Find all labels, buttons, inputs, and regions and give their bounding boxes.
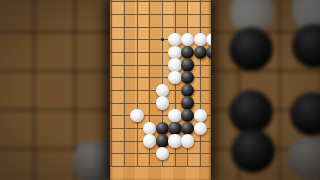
grid-line-horizontal [110, 1, 211, 2]
stone-white [168, 46, 181, 59]
video-frame [0, 0, 320, 180]
blurred-stone [229, 90, 273, 134]
blurred-stone [290, 92, 320, 136]
stone-white [194, 122, 207, 135]
stone-black [156, 134, 169, 147]
blurred-stone [288, 136, 320, 180]
stone-black [194, 46, 207, 59]
blurred-stone [292, 24, 320, 68]
grid-line-horizontal [110, 77, 211, 78]
stone-black [156, 122, 169, 135]
stone-white [181, 134, 194, 147]
stone-black [181, 96, 194, 109]
blurred-stone [229, 27, 273, 71]
stone-black [206, 46, 211, 59]
board-strip [110, 0, 211, 180]
stone-white [168, 33, 181, 46]
stone-white [156, 96, 169, 109]
grid-line-vertical [111, 0, 112, 167]
stone-black [168, 122, 181, 135]
grid-line-horizontal [110, 14, 211, 15]
grid-line-horizontal [110, 27, 211, 28]
stone-white [168, 58, 181, 71]
grid-line-vertical [137, 0, 138, 167]
stone-white [130, 109, 143, 122]
stone-white [156, 84, 169, 97]
stone-white [168, 134, 181, 147]
blurred-stone [231, 129, 275, 173]
stone-white [143, 134, 156, 147]
grid-line-horizontal [110, 65, 211, 66]
stone-white [168, 109, 181, 122]
grid-line-vertical [124, 0, 125, 167]
stone-white [168, 71, 181, 84]
grid-line-horizontal [110, 166, 211, 167]
grid-line-vertical [200, 0, 201, 167]
stone-black [181, 58, 194, 71]
